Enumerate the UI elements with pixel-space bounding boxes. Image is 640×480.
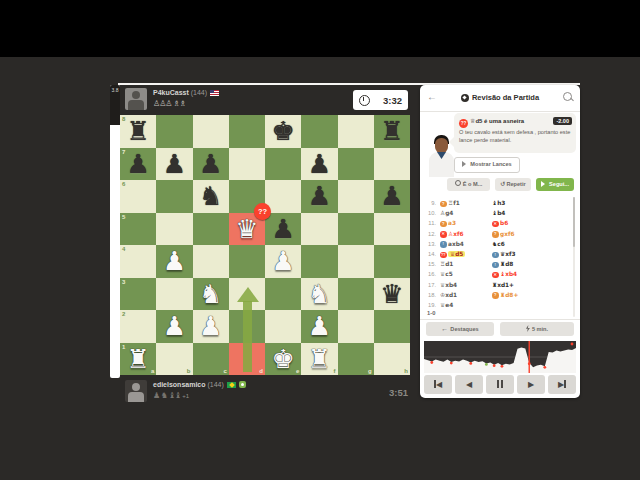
rank-label: 4: [122, 246, 125, 252]
file-label: h: [404, 368, 408, 374]
rank-label: 3: [122, 279, 125, 285]
board-square-g8[interactable]: [338, 115, 374, 148]
rank-label: 6: [122, 181, 125, 187]
board-square-e8[interactable]: ♚: [265, 115, 301, 148]
bottom-player-rating: (144): [207, 381, 223, 388]
board-square-h6[interactable]: ♟: [374, 180, 410, 213]
board-square-g1[interactable]: g: [338, 343, 374, 376]
board-square-f6[interactable]: ♟: [301, 180, 337, 213]
move-number: 12.: [426, 229, 436, 239]
move-cell[interactable]: ?gxf6: [492, 229, 514, 239]
board-square-f1[interactable]: f♜: [301, 343, 337, 376]
avatar-head: [132, 383, 140, 391]
board-square-b1[interactable]: b: [156, 343, 192, 376]
black-pawn-a7[interactable]: ♟: [120, 148, 156, 181]
board-square-d4[interactable]: [229, 245, 265, 278]
board-square-b3[interactable]: [156, 278, 192, 311]
membership-badge-icon: [239, 381, 246, 388]
board-square-a4[interactable]: 4: [120, 245, 156, 278]
avatar-body: [128, 100, 144, 110]
avatar[interactable]: [125, 380, 147, 402]
board-square-e4[interactable]: ♟: [265, 245, 301, 278]
move-number: 9.: [426, 198, 436, 208]
white-knight-f3[interactable]: ♞: [301, 278, 337, 311]
board-square-f2[interactable]: ♟: [301, 310, 337, 343]
board-square-a8[interactable]: 8♜: [120, 115, 156, 148]
move-quality-blue-icon: !: [492, 252, 499, 259]
move-cell[interactable]: ♕xb4: [440, 280, 457, 290]
move-cell[interactable]: ♝b4: [492, 208, 505, 218]
board-square-a3[interactable]: 3: [120, 278, 156, 311]
file-label: b: [187, 368, 191, 374]
board-square-h7[interactable]: [374, 148, 410, 181]
top-captured-pieces: ♙♙♙ ♗♗: [153, 99, 185, 108]
board-square-b8[interactable]: [156, 115, 192, 148]
move-cell[interactable]: !axb4: [440, 239, 464, 249]
chess-board[interactable]: 8♜♚♜7♟♟♟♟6♞♟♟5♛♟4♟♟3♞♞♛2♟♟♟1a♜bcde♚f♜gh: [120, 115, 410, 375]
move-row: 14.??♕d5!♛xf3: [420, 249, 580, 259]
board-square-h2[interactable]: [374, 310, 410, 343]
black-knight-c6[interactable]: ♞: [193, 180, 229, 213]
board-square-c4[interactable]: [193, 245, 229, 278]
coach-speech-bubble: ??♕d5 é uma asneira -2.00 O teu cavalo e…: [454, 113, 576, 153]
nav-prev-button[interactable]: ◀: [455, 375, 483, 394]
best-move-query-button[interactable]: É o M...: [447, 178, 490, 191]
letterbox-bar: [0, 0, 640, 57]
move-cell[interactable]: ♞c6: [492, 239, 505, 249]
arrow-left-icon: ←: [441, 325, 448, 332]
board-square-f7[interactable]: ♟: [301, 148, 337, 181]
black-pawn-f6[interactable]: ♟: [301, 180, 337, 213]
move-row: 9.?♖f1♝h3: [420, 198, 580, 208]
rank-label: 5: [122, 214, 125, 220]
move-quality-orange-icon: ?: [440, 201, 447, 208]
clock-icon: [359, 95, 370, 106]
screen: 3.8 P4kuCasst (144) ♙♙♙ ♗♗ 3:32 8♜♚♜7♟♟♟…: [0, 0, 640, 480]
move-number: 16.: [426, 269, 436, 279]
bottom-player-clock: 3:51: [389, 387, 408, 398]
move-number: 18.: [426, 290, 436, 300]
move-cell[interactable]: ?a3: [440, 218, 456, 228]
top-player-name[interactable]: P4kuCasst (144): [153, 89, 207, 96]
game-review-panel: ← Revisão da Partida ??♕d5 é uma asneira…: [420, 85, 580, 398]
board-square-h1[interactable]: h: [374, 343, 410, 376]
br-flag-icon: [227, 382, 236, 388]
move-cell[interactable]: ♝h3: [492, 198, 505, 208]
nav-pause-button[interactable]: [486, 375, 514, 394]
top-player-strip: P4kuCasst (144) ♙♙♙ ♗♗ 3:32: [118, 85, 412, 115]
move-quality-red-icon: ✕: [440, 231, 447, 238]
board-square-g4[interactable]: [338, 245, 374, 278]
move-cell[interactable]: ✕♙xf6: [440, 229, 464, 239]
board-square-c3[interactable]: ♞: [193, 278, 229, 311]
move-quality-orange-icon: ?: [440, 221, 447, 228]
nav-last-button[interactable]: ▶: [548, 375, 576, 394]
file-label: d: [259, 368, 263, 374]
bottom-player-strip: edielsonsamico (144) ♟ ♞ ♝♝ +1 3:51: [118, 377, 412, 407]
magnifier-icon: [455, 180, 461, 186]
blunder-badge-icon: ??: [254, 203, 271, 220]
avatar-head: [132, 91, 140, 99]
white-pawn-b4[interactable]: ♟: [156, 245, 192, 278]
rank-label: 2: [122, 311, 125, 317]
board-square-e3[interactable]: [265, 278, 301, 311]
board-square-b2[interactable]: ♟: [156, 310, 192, 343]
board-square-f8[interactable]: [301, 115, 337, 148]
board-square-f3[interactable]: ♞: [301, 278, 337, 311]
black-pawn-e5[interactable]: ♟: [265, 213, 301, 246]
board-square-g7[interactable]: [338, 148, 374, 181]
move-number: 17.: [426, 280, 436, 290]
move-row: 16.♕c5✕♝xb4: [420, 269, 580, 279]
board-square-c6[interactable]: ♞: [193, 180, 229, 213]
move-row: 17.♕xb4♜xd1+: [420, 280, 580, 290]
five-min-button[interactable]: 5 min.: [500, 322, 574, 336]
board-square-f5[interactable]: [301, 213, 337, 246]
move-quality-blunder-icon: ??: [440, 252, 447, 259]
move-cell[interactable]: ♕e4: [440, 300, 453, 310]
move-cell[interactable]: ♔xd1: [440, 290, 457, 300]
avatar-body: [128, 392, 144, 402]
move-cell[interactable]: ?♜d8+: [492, 290, 518, 300]
black-rook-a8[interactable]: ♜: [120, 115, 156, 148]
evaluation-graph[interactable]: [424, 341, 576, 373]
best-move-arrow-shaft: [243, 301, 252, 372]
board-square-c8[interactable]: [193, 115, 229, 148]
board-square-b4[interactable]: ♟: [156, 245, 192, 278]
board-square-d7[interactable]: [229, 148, 265, 181]
board-square-a6[interactable]: 6: [120, 180, 156, 213]
white-pawn-b2[interactable]: ♟: [156, 310, 192, 343]
black-pawn-f7[interactable]: ♟: [301, 148, 337, 181]
next-lesson-button[interactable]: Segui...: [536, 178, 574, 191]
show-moves-icon: [462, 161, 469, 167]
lightning-icon: [526, 325, 530, 332]
us-flag-icon: [210, 90, 219, 96]
move-cell[interactable]: ♙g4: [440, 208, 453, 218]
move-row: 18.♔xd1?♜d8+: [420, 290, 580, 300]
board-square-a7[interactable]: 7♟: [120, 148, 156, 181]
move-number: 19.: [426, 300, 436, 310]
board-square-a2[interactable]: 2: [120, 310, 156, 343]
white-king-e1[interactable]: ♚: [265, 343, 301, 376]
show-moves-button[interactable]: Mostrar Lances: [454, 157, 520, 173]
board-square-c7[interactable]: ♟: [193, 148, 229, 181]
move-cell[interactable]: !♜d8: [492, 259, 513, 269]
white-pawn-e4[interactable]: ♟: [265, 245, 301, 278]
retry-button[interactable]: ↺Repetir: [495, 178, 531, 191]
board-square-b5[interactable]: [156, 213, 192, 246]
evaluation-bar: 3.8: [110, 85, 120, 378]
file-label: c: [223, 368, 226, 374]
board-square-d8[interactable]: [229, 115, 265, 148]
black-king-e8[interactable]: ♚: [265, 115, 301, 148]
black-pawn-c7[interactable]: ♟: [193, 148, 229, 181]
black-rook-h8[interactable]: ♜: [374, 115, 410, 148]
white-knight-c3[interactable]: ♞: [193, 278, 229, 311]
move-cell[interactable]: ♕c5: [440, 269, 453, 279]
black-pawn-h6[interactable]: ♟: [374, 180, 410, 213]
move-cell[interactable]: ?♖f1: [440, 198, 460, 208]
board-square-b7[interactable]: ♟: [156, 148, 192, 181]
game-result: 1-0: [427, 310, 435, 316]
file-label: g: [368, 368, 372, 374]
board-square-e1[interactable]: e♚: [265, 343, 301, 376]
move-row: 10.♙g4♝b4: [420, 208, 580, 218]
board-square-e2[interactable]: [265, 310, 301, 343]
board-square-c2[interactable]: ♟: [193, 310, 229, 343]
move-quality-blue-icon: !: [440, 241, 447, 248]
board-square-h5[interactable]: [374, 213, 410, 246]
move-number: 14.: [426, 249, 436, 259]
move-cell[interactable]: ??♕d5: [440, 249, 465, 259]
white-pawn-f2[interactable]: ♟: [301, 310, 337, 343]
bottom-captured-pieces: ♟ ♞ ♝♝ +1: [153, 391, 189, 400]
white-rook-f1[interactable]: ♜: [301, 343, 337, 376]
nav-first-button[interactable]: ◀: [424, 375, 452, 394]
board-square-g6[interactable]: [338, 180, 374, 213]
board-square-e7[interactable]: [265, 148, 301, 181]
board-square-g2[interactable]: [338, 310, 374, 343]
top-player-clock: 3:32: [353, 90, 408, 110]
board-square-h3[interactable]: ♛: [374, 278, 410, 311]
move-cell[interactable]: ✕b6: [492, 218, 508, 228]
black-pawn-b7[interactable]: ♟: [156, 148, 192, 181]
move-number: 11.: [426, 218, 436, 228]
move-cell[interactable]: !♛xf3: [492, 249, 516, 259]
coach-comment: O teu cavalo está sem defesa , portanto …: [459, 129, 571, 144]
blunder-icon: ??: [459, 119, 468, 128]
white-pawn-c2[interactable]: ♟: [193, 310, 229, 343]
review-icon: [461, 94, 469, 102]
board-square-b6[interactable]: [156, 180, 192, 213]
black-queen-h3[interactable]: ♛: [374, 278, 410, 311]
best-move-arrow-head: [237, 287, 259, 302]
material-count: +1: [182, 393, 189, 399]
board-square-a1[interactable]: 1a♜: [120, 343, 156, 376]
move-quality-blue-icon: !: [492, 262, 499, 269]
panel-title: Revisão da Partida: [420, 93, 580, 102]
board-square-a5[interactable]: 5: [120, 213, 156, 246]
bottom-player-name[interactable]: edielsonsamico (144): [153, 381, 224, 388]
board-square-c5[interactable]: [193, 213, 229, 246]
board-square-e5[interactable]: ♟: [265, 213, 301, 246]
top-player-rating: (144): [191, 89, 207, 96]
panel-header: ← Revisão da Partida: [420, 85, 580, 112]
move-list: 9.?♖f1♝h310.♙g4♝b411.?a3✕b612.✕♙xf6?gxf6…: [420, 196, 580, 318]
undo-icon: ↺: [500, 178, 505, 191]
move-list-scrollbar-thumb[interactable]: [573, 197, 576, 247]
board-square-g5[interactable]: [338, 213, 374, 246]
play-icon: [541, 181, 548, 187]
board-square-g3[interactable]: [338, 278, 374, 311]
board-square-h8[interactable]: ♜: [374, 115, 410, 148]
move-quality-red-icon: ✕: [492, 221, 499, 228]
move-number: 13.: [426, 239, 436, 249]
coach-headline: ??♕d5 é uma asneira: [459, 117, 524, 128]
board-square-h4[interactable]: [374, 245, 410, 278]
magnifier-icon[interactable]: [563, 92, 572, 101]
move-cell[interactable]: ♜xd1+: [492, 280, 514, 290]
divider: [420, 319, 580, 320]
move-cell[interactable]: ✕♝xb4: [492, 269, 517, 279]
highlights-button[interactable]: ←Destaques: [426, 322, 494, 336]
move-row: 15.♖d1!♜d8: [420, 259, 580, 269]
move-row: 12.✕♙xf6?gxf6: [420, 229, 580, 239]
white-rook-a1[interactable]: ♜: [120, 343, 156, 376]
move-row: 19.♕e4: [420, 300, 580, 310]
nav-next-button[interactable]: ▶: [517, 375, 545, 394]
move-quality-orange-icon: ?: [492, 292, 499, 299]
move-number: 15.: [426, 259, 436, 269]
move-quality-orange-icon: ?: [492, 231, 499, 238]
move-row: 11.?a3✕b6: [420, 218, 580, 228]
board-square-c1[interactable]: c: [193, 343, 229, 376]
move-number: 10.: [426, 208, 436, 218]
evaluation-badge: -2.00: [553, 117, 572, 125]
board-square-f4[interactable]: [301, 245, 337, 278]
move-row: 13.!axb4♞c6: [420, 239, 580, 249]
move-cell[interactable]: ♖d1: [440, 259, 453, 269]
avatar[interactable]: [125, 88, 147, 110]
move-quality-red-icon: ✕: [492, 272, 499, 279]
